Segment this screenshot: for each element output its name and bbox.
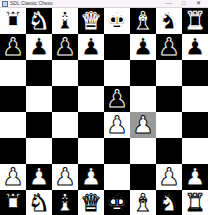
square-d3[interactable] xyxy=(78,138,104,164)
piece-white-pawn[interactable]: ♟ xyxy=(158,164,180,190)
square-d5[interactable] xyxy=(78,86,104,112)
square-g4[interactable] xyxy=(156,112,182,138)
square-e6[interactable] xyxy=(104,60,130,86)
square-f1[interactable]: ♝ xyxy=(130,190,156,215)
square-c8[interactable]: ♝ xyxy=(52,8,78,34)
square-g5[interactable] xyxy=(156,86,182,112)
piece-white-pawn[interactable]: ♟ xyxy=(132,112,154,138)
square-d8[interactable]: ♛ xyxy=(78,8,104,34)
square-f3[interactable] xyxy=(130,138,156,164)
square-h8[interactable]: ♜ xyxy=(182,8,208,34)
piece-black-king[interactable]: ♚ xyxy=(106,8,128,34)
square-a1[interactable]: ♜ xyxy=(0,190,26,215)
piece-white-bishop[interactable]: ♝ xyxy=(132,190,154,215)
piece-black-pawn[interactable]: ♟ xyxy=(54,34,76,60)
piece-black-pawn[interactable]: ♟ xyxy=(106,86,128,112)
square-f6[interactable] xyxy=(130,60,156,86)
square-f5[interactable] xyxy=(130,86,156,112)
square-g1[interactable]: ♞ xyxy=(156,190,182,215)
square-f8[interactable]: ♝ xyxy=(130,8,156,34)
square-d2[interactable]: ♟ xyxy=(78,164,104,190)
square-b7[interactable]: ♟ xyxy=(26,34,52,60)
square-e7[interactable] xyxy=(104,34,130,60)
square-c4[interactable] xyxy=(52,112,78,138)
square-e3[interactable] xyxy=(104,138,130,164)
piece-white-knight[interactable]: ♞ xyxy=(158,190,180,215)
window-title: SDL Classic Chess xyxy=(10,0,161,7)
square-h2[interactable]: ♟ xyxy=(182,164,208,190)
piece-white-rook[interactable]: ♜ xyxy=(184,190,206,215)
square-e1[interactable]: ♚ xyxy=(104,190,130,215)
square-d6[interactable] xyxy=(78,60,104,86)
square-b4[interactable] xyxy=(26,112,52,138)
square-c2[interactable]: ♟ xyxy=(52,164,78,190)
square-e8[interactable]: ♚ xyxy=(104,8,130,34)
square-c7[interactable]: ♟ xyxy=(52,34,78,60)
piece-black-queen[interactable]: ♛ xyxy=(80,8,102,34)
square-g6[interactable] xyxy=(156,60,182,86)
square-f4[interactable]: ♟ xyxy=(130,112,156,138)
square-d4[interactable] xyxy=(78,112,104,138)
square-a6[interactable] xyxy=(0,60,26,86)
square-a8[interactable]: ♜ xyxy=(0,8,26,34)
square-h4[interactable] xyxy=(182,112,208,138)
piece-white-rook[interactable]: ♜ xyxy=(2,190,24,215)
square-b3[interactable] xyxy=(26,138,52,164)
square-e5[interactable]: ♟ xyxy=(104,86,130,112)
piece-black-pawn[interactable]: ♟ xyxy=(158,34,180,60)
square-a5[interactable] xyxy=(0,86,26,112)
square-b1[interactable]: ♞ xyxy=(26,190,52,215)
square-c1[interactable]: ♝ xyxy=(52,190,78,215)
square-b5[interactable] xyxy=(26,86,52,112)
piece-black-pawn[interactable]: ♟ xyxy=(184,34,206,60)
piece-black-bishop[interactable]: ♝ xyxy=(54,8,76,34)
piece-white-pawn[interactable]: ♟ xyxy=(106,112,128,138)
square-h1[interactable]: ♜ xyxy=(182,190,208,215)
maximize-button[interactable]: □ xyxy=(176,0,191,7)
square-g7[interactable]: ♟ xyxy=(156,34,182,60)
chess-board: ♜♞♝♛♚♝♞♜♟♟♟♟♟♟♟♟♟♟♟♟♟♟♟♟♜♞♝♛♚♝♞♜ xyxy=(0,8,208,215)
square-a2[interactable]: ♟ xyxy=(0,164,26,190)
piece-black-bishop[interactable]: ♝ xyxy=(132,8,154,34)
square-b8[interactable]: ♞ xyxy=(26,8,52,34)
square-a7[interactable]: ♟ xyxy=(0,34,26,60)
piece-white-pawn[interactable]: ♟ xyxy=(184,164,206,190)
square-g3[interactable] xyxy=(156,138,182,164)
square-a4[interactable] xyxy=(0,112,26,138)
square-h3[interactable] xyxy=(182,138,208,164)
piece-white-pawn[interactable]: ♟ xyxy=(28,164,50,190)
piece-white-pawn[interactable]: ♟ xyxy=(2,164,24,190)
window-titlebar: SDL Classic Chess — □ ✕ xyxy=(0,0,208,8)
square-c6[interactable] xyxy=(52,60,78,86)
square-h6[interactable] xyxy=(182,60,208,86)
square-b2[interactable]: ♟ xyxy=(26,164,52,190)
piece-black-pawn[interactable]: ♟ xyxy=(132,34,154,60)
piece-black-pawn[interactable]: ♟ xyxy=(28,34,50,60)
square-f2[interactable] xyxy=(130,164,156,190)
square-d7[interactable]: ♟ xyxy=(78,34,104,60)
piece-black-rook[interactable]: ♜ xyxy=(2,8,24,34)
square-e4[interactable]: ♟ xyxy=(104,112,130,138)
piece-white-queen[interactable]: ♛ xyxy=(80,190,102,215)
piece-white-pawn[interactable]: ♟ xyxy=(54,164,76,190)
square-h5[interactable] xyxy=(182,86,208,112)
square-a3[interactable] xyxy=(0,138,26,164)
piece-black-rook[interactable]: ♜ xyxy=(184,8,206,34)
square-g2[interactable]: ♟ xyxy=(156,164,182,190)
square-g8[interactable]: ♞ xyxy=(156,8,182,34)
square-c5[interactable] xyxy=(52,86,78,112)
square-c3[interactable] xyxy=(52,138,78,164)
piece-white-king[interactable]: ♚ xyxy=(106,190,128,215)
piece-black-pawn[interactable]: ♟ xyxy=(80,34,102,60)
piece-white-bishop[interactable]: ♝ xyxy=(54,190,76,215)
piece-white-pawn[interactable]: ♟ xyxy=(80,164,102,190)
piece-black-pawn[interactable]: ♟ xyxy=(2,34,24,60)
close-button[interactable]: ✕ xyxy=(191,0,206,7)
window-icon xyxy=(2,1,8,7)
piece-black-knight[interactable]: ♞ xyxy=(158,8,180,34)
square-d1[interactable]: ♛ xyxy=(78,190,104,215)
piece-black-knight[interactable]: ♞ xyxy=(28,8,50,34)
minimize-button[interactable]: — xyxy=(161,0,176,7)
piece-white-knight[interactable]: ♞ xyxy=(28,190,50,215)
square-e2[interactable] xyxy=(104,164,130,190)
square-h7[interactable]: ♟ xyxy=(182,34,208,60)
square-b6[interactable] xyxy=(26,60,52,86)
square-f7[interactable]: ♟ xyxy=(130,34,156,60)
